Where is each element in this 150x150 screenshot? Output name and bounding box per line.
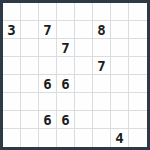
grid-cell-empty[interactable] bbox=[39, 93, 57, 111]
grid-cell-clue[interactable]: 6 bbox=[57, 111, 75, 129]
grid-cell-empty[interactable] bbox=[21, 21, 39, 39]
grid-cell-empty[interactable] bbox=[129, 3, 147, 21]
grid-cell-empty[interactable] bbox=[75, 111, 93, 129]
grid-cell-empty[interactable] bbox=[129, 21, 147, 39]
grid-cell-empty[interactable] bbox=[111, 21, 129, 39]
grid-cell-empty[interactable] bbox=[93, 129, 111, 147]
grid-cell-clue[interactable]: 3 bbox=[3, 21, 21, 39]
grid-cell-empty[interactable] bbox=[75, 75, 93, 93]
grid-cell-empty[interactable] bbox=[111, 57, 129, 75]
grid-cell-empty[interactable] bbox=[129, 93, 147, 111]
grid-cell-clue[interactable]: 7 bbox=[93, 57, 111, 75]
grid-cell-empty[interactable] bbox=[75, 57, 93, 75]
grid-cell-empty[interactable] bbox=[129, 75, 147, 93]
grid-cell-empty[interactable] bbox=[3, 75, 21, 93]
grid-cell-empty[interactable] bbox=[111, 111, 129, 129]
grid-cell-empty[interactable] bbox=[93, 3, 111, 21]
grid-cell-empty[interactable] bbox=[93, 111, 111, 129]
grid-cell-empty[interactable] bbox=[93, 75, 111, 93]
grid-cell-empty[interactable] bbox=[129, 39, 147, 57]
grid-cell-empty[interactable] bbox=[3, 3, 21, 21]
grid-cell-empty[interactable] bbox=[21, 75, 39, 93]
grid-cell-empty[interactable] bbox=[39, 57, 57, 75]
grid-cell-empty[interactable] bbox=[21, 39, 39, 57]
grid-cell-empty[interactable] bbox=[57, 3, 75, 21]
grid-cell-empty[interactable] bbox=[57, 57, 75, 75]
grid-cell-empty[interactable] bbox=[21, 111, 39, 129]
grid-cell-empty[interactable] bbox=[111, 75, 129, 93]
grid-cell-empty[interactable] bbox=[57, 21, 75, 39]
grid-cell-empty[interactable] bbox=[75, 93, 93, 111]
grid-cell-empty[interactable] bbox=[21, 3, 39, 21]
grid-cell-empty[interactable] bbox=[3, 57, 21, 75]
grid-cell-empty[interactable] bbox=[93, 93, 111, 111]
grid-cell-empty[interactable] bbox=[39, 129, 57, 147]
grid-cell-empty[interactable] bbox=[75, 21, 93, 39]
grid-cell-empty[interactable] bbox=[3, 39, 21, 57]
grid-cell-empty[interactable] bbox=[57, 129, 75, 147]
grid-cell-empty[interactable] bbox=[21, 129, 39, 147]
grid-cell-empty[interactable] bbox=[129, 129, 147, 147]
grid-cell-empty[interactable] bbox=[3, 93, 21, 111]
grid-cell-empty[interactable] bbox=[39, 39, 57, 57]
grid-cell-empty[interactable] bbox=[75, 39, 93, 57]
grid-cell-clue[interactable]: 8 bbox=[93, 21, 111, 39]
grid-cell-empty[interactable] bbox=[111, 3, 129, 21]
grid-cell-empty[interactable] bbox=[111, 93, 129, 111]
grid-cell-clue[interactable]: 4 bbox=[111, 129, 129, 147]
grid-cell-empty[interactable] bbox=[3, 129, 21, 147]
grid-cell-empty[interactable] bbox=[111, 39, 129, 57]
grid-cell-clue[interactable]: 6 bbox=[39, 75, 57, 93]
grid-cell-empty[interactable] bbox=[129, 111, 147, 129]
puzzle-board: 3787766664 bbox=[0, 0, 150, 150]
grid-cell-empty[interactable] bbox=[75, 129, 93, 147]
grid-cell-clue[interactable]: 6 bbox=[57, 75, 75, 93]
grid-cell-empty[interactable] bbox=[129, 57, 147, 75]
grid-cell-empty[interactable] bbox=[75, 3, 93, 21]
grid-cell-empty[interactable] bbox=[3, 111, 21, 129]
grid-cell-empty[interactable] bbox=[39, 3, 57, 21]
grid-cell-empty[interactable] bbox=[57, 93, 75, 111]
grid-cell-empty[interactable] bbox=[21, 57, 39, 75]
grid-cell-clue[interactable]: 7 bbox=[57, 39, 75, 57]
grid-cell-empty[interactable] bbox=[93, 39, 111, 57]
grid-cell-clue[interactable]: 7 bbox=[39, 21, 57, 39]
grid-cell-clue[interactable]: 6 bbox=[39, 111, 57, 129]
grid-cell-empty[interactable] bbox=[21, 93, 39, 111]
